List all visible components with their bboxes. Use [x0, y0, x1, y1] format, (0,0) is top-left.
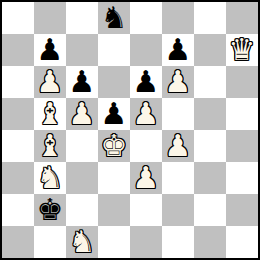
piece-white-pawn-c5: ♟ — [69, 98, 96, 130]
square-h6[interactable] — [226, 66, 258, 98]
square-g1[interactable] — [194, 226, 226, 258]
square-a8[interactable] — [2, 2, 34, 34]
square-c1[interactable]: ♞ — [66, 226, 98, 258]
piece-black-pawn-b7: ♟ — [37, 34, 64, 66]
square-a7[interactable] — [2, 34, 34, 66]
square-h8[interactable] — [226, 2, 258, 34]
square-c5[interactable]: ♟ — [66, 98, 98, 130]
square-c7[interactable] — [66, 34, 98, 66]
square-d7[interactable] — [98, 34, 130, 66]
square-d8[interactable]: ♞ — [98, 2, 130, 34]
square-f3[interactable] — [162, 162, 194, 194]
square-b3[interactable]: ♞ — [34, 162, 66, 194]
square-g8[interactable] — [194, 2, 226, 34]
piece-black-pawn-c6: ♟ — [69, 66, 96, 98]
square-d6[interactable] — [98, 66, 130, 98]
square-e4[interactable] — [130, 130, 162, 162]
square-f5[interactable] — [162, 98, 194, 130]
square-b7[interactable]: ♟ — [34, 34, 66, 66]
square-e5[interactable]: ♟ — [130, 98, 162, 130]
piece-white-king-d4: ♚ — [101, 130, 128, 162]
square-b5[interactable]: ♝ — [34, 98, 66, 130]
square-c8[interactable] — [66, 2, 98, 34]
chess-board: ♞♟♟♛♟♟♟♟♝♟♟♟♝♚♟♞♟♚♞ — [0, 0, 260, 260]
square-a5[interactable] — [2, 98, 34, 130]
square-g5[interactable] — [194, 98, 226, 130]
square-f1[interactable] — [162, 226, 194, 258]
square-d2[interactable] — [98, 194, 130, 226]
square-d5[interactable]: ♟ — [98, 98, 130, 130]
square-f2[interactable] — [162, 194, 194, 226]
square-d3[interactable] — [98, 162, 130, 194]
square-f7[interactable]: ♟ — [162, 34, 194, 66]
square-c6[interactable]: ♟ — [66, 66, 98, 98]
piece-white-pawn-f4: ♟ — [165, 130, 192, 162]
square-e1[interactable] — [130, 226, 162, 258]
square-c3[interactable] — [66, 162, 98, 194]
piece-white-knight-b3: ♞ — [37, 162, 64, 194]
square-c2[interactable] — [66, 194, 98, 226]
square-b4[interactable]: ♝ — [34, 130, 66, 162]
piece-white-pawn-b6: ♟ — [37, 66, 64, 98]
square-g4[interactable] — [194, 130, 226, 162]
piece-black-pawn-f7: ♟ — [165, 34, 192, 66]
square-d1[interactable] — [98, 226, 130, 258]
square-c4[interactable] — [66, 130, 98, 162]
square-g7[interactable] — [194, 34, 226, 66]
square-h4[interactable] — [226, 130, 258, 162]
piece-white-bishop-b5: ♝ — [37, 98, 64, 130]
square-f4[interactable]: ♟ — [162, 130, 194, 162]
square-g2[interactable] — [194, 194, 226, 226]
square-a1[interactable] — [2, 226, 34, 258]
square-e6[interactable]: ♟ — [130, 66, 162, 98]
piece-white-knight-c1: ♞ — [69, 226, 96, 258]
piece-white-queen-h7: ♛ — [229, 34, 256, 66]
square-e8[interactable] — [130, 2, 162, 34]
square-b2[interactable]: ♚ — [34, 194, 66, 226]
piece-white-pawn-f6: ♟ — [165, 66, 192, 98]
square-e3[interactable]: ♟ — [130, 162, 162, 194]
square-d4[interactable]: ♚ — [98, 130, 130, 162]
square-e7[interactable] — [130, 34, 162, 66]
square-a4[interactable] — [2, 130, 34, 162]
square-h7[interactable]: ♛ — [226, 34, 258, 66]
square-g3[interactable] — [194, 162, 226, 194]
square-a3[interactable] — [2, 162, 34, 194]
square-b8[interactable] — [34, 2, 66, 34]
piece-black-king-b2: ♚ — [37, 194, 64, 226]
square-f8[interactable] — [162, 2, 194, 34]
piece-white-pawn-e3: ♟ — [133, 162, 160, 194]
square-f6[interactable]: ♟ — [162, 66, 194, 98]
square-h3[interactable] — [226, 162, 258, 194]
piece-black-pawn-e6: ♟ — [133, 66, 160, 98]
square-g6[interactable] — [194, 66, 226, 98]
square-h2[interactable] — [226, 194, 258, 226]
square-h1[interactable] — [226, 226, 258, 258]
square-a6[interactable] — [2, 66, 34, 98]
piece-black-pawn-d5: ♟ — [101, 98, 128, 130]
square-b6[interactable]: ♟ — [34, 66, 66, 98]
square-b1[interactable] — [34, 226, 66, 258]
square-e2[interactable] — [130, 194, 162, 226]
piece-white-pawn-e5: ♟ — [133, 98, 160, 130]
piece-white-bishop-b4: ♝ — [37, 130, 64, 162]
piece-black-knight-d8: ♞ — [101, 2, 128, 34]
square-h5[interactable] — [226, 98, 258, 130]
square-a2[interactable] — [2, 194, 34, 226]
